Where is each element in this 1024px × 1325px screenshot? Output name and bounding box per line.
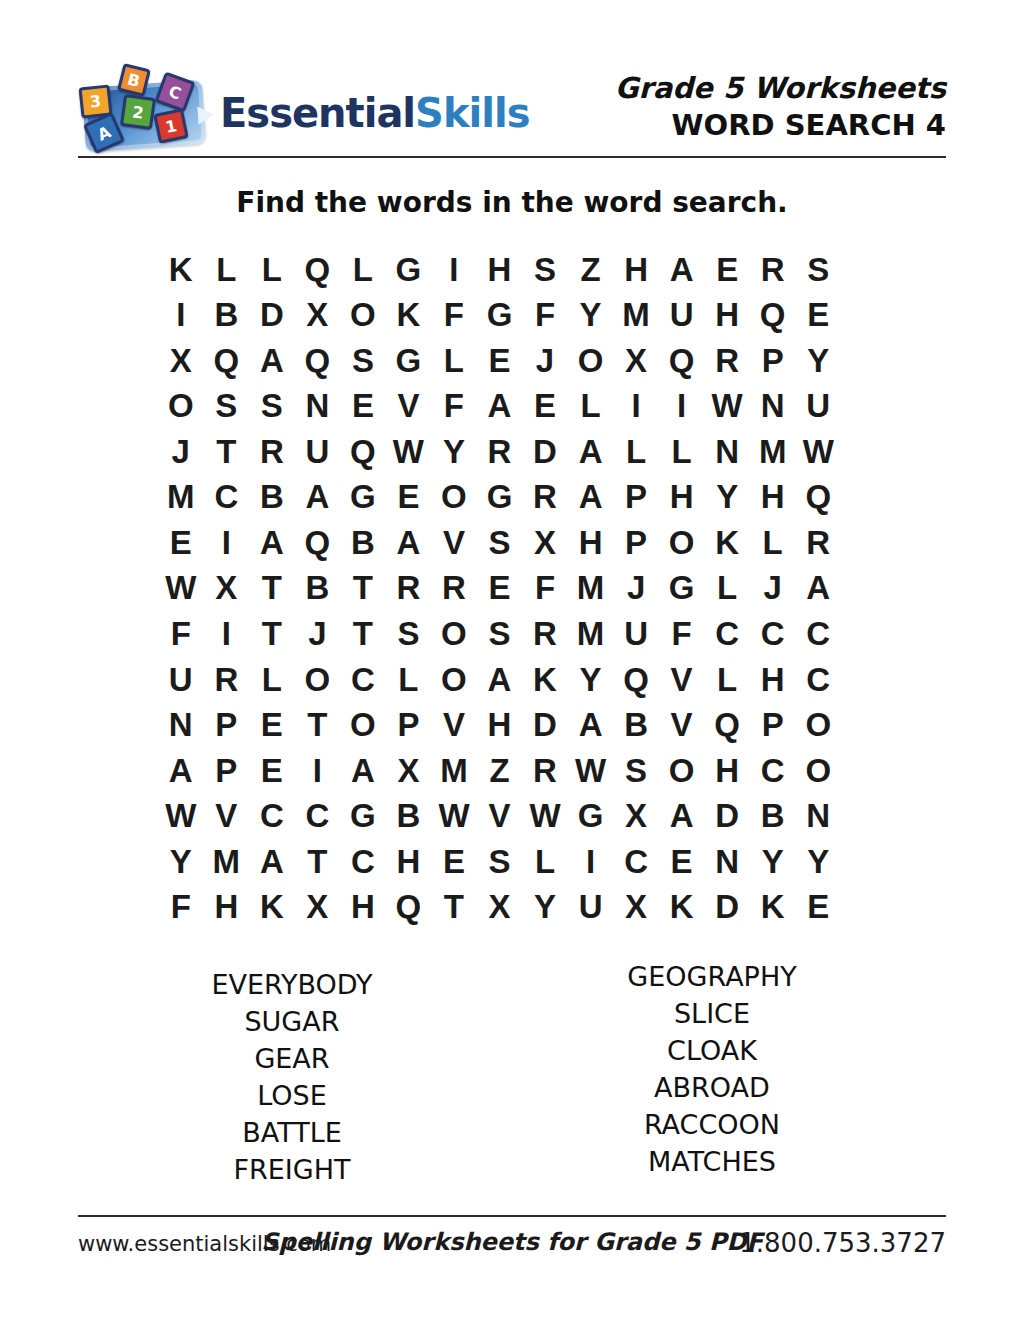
grid-cell[interactable]: A [249, 520, 295, 566]
logo-swoosh-icon [197, 105, 214, 124]
grid-cell[interactable]: M [158, 475, 204, 521]
grid-cell[interactable]: S [249, 384, 295, 430]
grid-cell[interactable]: H [750, 475, 796, 521]
grid-cell[interactable]: A [568, 475, 614, 521]
grid-cell[interactable]: H [204, 884, 250, 930]
grid-cell[interactable]: O [431, 611, 477, 657]
grid-cell[interactable]: K [158, 247, 204, 293]
grid-cell[interactable]: Y [750, 839, 796, 885]
grid-cell[interactable]: V [204, 793, 250, 839]
word-list-right: GEOGRAPHYSLICECLOAKABROADRACCOONMATCHES [587, 958, 837, 1180]
grid-cell[interactable]: P [613, 520, 659, 566]
grid-cell[interactable]: E [704, 247, 750, 293]
word-list-left: EVERYBODYSUGARGEARLOSEBATTLEFREIGHT [167, 966, 417, 1188]
grid-cell[interactable]: A [568, 429, 614, 475]
grid-cell[interactable]: L [522, 839, 568, 885]
grid-cell[interactable]: V [659, 657, 705, 703]
grid-cell[interactable]: M [204, 839, 250, 885]
grid-cell[interactable]: F [158, 884, 204, 930]
grid-cell[interactable]: E [249, 748, 295, 794]
grid-cell[interactable]: Q [295, 520, 341, 566]
grid-cell[interactable]: X [295, 884, 341, 930]
grid-cell[interactable]: F [522, 293, 568, 339]
grid-cell[interactable]: A [340, 748, 386, 794]
grid-cell[interactable]: G [386, 338, 432, 384]
grid-cell[interactable]: D [704, 884, 750, 930]
grid-cell[interactable]: U [568, 884, 614, 930]
grid-cell[interactable]: G [477, 293, 523, 339]
grid-cell[interactable]: H [613, 247, 659, 293]
grid-cell[interactable]: L [750, 520, 796, 566]
grid-cell[interactable]: V [477, 793, 523, 839]
grid-cell[interactable]: V [431, 702, 477, 748]
grid-cell[interactable]: R [522, 611, 568, 657]
grid-cell[interactable]: Y [795, 839, 841, 885]
grid-cell[interactable]: V [431, 520, 477, 566]
word-list-item: EVERYBODY [167, 966, 417, 1003]
grid-cell[interactable]: D [522, 429, 568, 475]
grid-cell[interactable]: L [249, 657, 295, 703]
grid-cell[interactable]: T [340, 566, 386, 612]
grid-cell[interactable]: G [568, 793, 614, 839]
grid-cell[interactable]: H [568, 520, 614, 566]
grid-cell[interactable]: O [340, 702, 386, 748]
grid-cell[interactable]: C [295, 793, 341, 839]
grid-cell[interactable]: K [386, 293, 432, 339]
grid-cell[interactable]: Y [704, 475, 750, 521]
grid-cell[interactable]: G [386, 247, 432, 293]
grid-cell[interactable]: F [659, 611, 705, 657]
grid-cell[interactable]: X [613, 793, 659, 839]
grid-cell[interactable]: S [386, 611, 432, 657]
grade-title: Grade 5 Worksheets [615, 70, 946, 107]
grid-cell[interactable]: O [659, 748, 705, 794]
grid-cell[interactable]: M [431, 748, 477, 794]
grid-cell[interactable]: P [750, 338, 796, 384]
grid-cell[interactable]: Q [295, 247, 341, 293]
header-titles: Grade 5 Worksheets WORD SEARCH 4 [615, 70, 946, 144]
grid-cell[interactable]: T [340, 611, 386, 657]
grid-cell[interactable]: C [704, 611, 750, 657]
grid-cell[interactable]: A [659, 247, 705, 293]
grid-cell[interactable]: A [795, 566, 841, 612]
grid-cell[interactable]: C [204, 475, 250, 521]
grid-cell[interactable]: A [659, 793, 705, 839]
grid-cell[interactable]: G [340, 475, 386, 521]
word-list-item: MATCHES [587, 1143, 837, 1180]
grid-cell[interactable]: A [249, 338, 295, 384]
grid-cell[interactable]: W [795, 429, 841, 475]
grid-cell[interactable]: A [249, 839, 295, 885]
grid-cell[interactable]: N [704, 839, 750, 885]
grid-cell[interactable]: L [613, 429, 659, 475]
grid-cell[interactable]: E [659, 839, 705, 885]
grid-cell[interactable]: D [704, 793, 750, 839]
grid-cell[interactable]: S [340, 338, 386, 384]
grid-cell[interactable]: Z [568, 247, 614, 293]
grid-cell[interactable]: I [204, 611, 250, 657]
grid-cell[interactable]: L [340, 247, 386, 293]
grid-cell[interactable]: H [386, 839, 432, 885]
grid-cell[interactable]: S [477, 611, 523, 657]
grid-cell[interactable]: L [704, 566, 750, 612]
grid-cell[interactable]: B [386, 793, 432, 839]
grid-cell[interactable]: Y [431, 429, 477, 475]
grid-cell[interactable]: I [431, 247, 477, 293]
grid-cell[interactable]: N [295, 384, 341, 430]
grid-cell[interactable]: T [295, 839, 341, 885]
grid-cell[interactable]: O [158, 384, 204, 430]
word-list-item: RACCOON [587, 1106, 837, 1143]
grid-cell[interactable]: E [431, 839, 477, 885]
grid-cell[interactable]: X [158, 338, 204, 384]
grid-cell[interactable]: G [477, 475, 523, 521]
grid-cell[interactable]: O [431, 657, 477, 703]
grid-cell[interactable]: C [750, 748, 796, 794]
grid-cell[interactable]: X [386, 748, 432, 794]
grid-cell[interactable]: R [522, 748, 568, 794]
grid-cell[interactable]: C [249, 793, 295, 839]
grid-cell[interactable]: Q [386, 884, 432, 930]
grid-cell[interactable]: S [522, 247, 568, 293]
grid-cell[interactable]: O [340, 293, 386, 339]
grid-cell[interactable]: P [204, 702, 250, 748]
grid-cell[interactable]: Y [795, 338, 841, 384]
grid-cell[interactable]: Q [795, 475, 841, 521]
grid-cell[interactable]: D [522, 702, 568, 748]
grid-cell[interactable]: R [204, 657, 250, 703]
word-list-item: FREIGHT [167, 1151, 417, 1188]
instruction-heading: Find the words in the word search. [0, 186, 1024, 219]
grid-cell[interactable]: M [568, 611, 614, 657]
grid-cell[interactable]: Q [659, 338, 705, 384]
brand-logo: 3BC2A1 EssentialSkills [80, 66, 440, 152]
grid-cell[interactable]: W [568, 748, 614, 794]
grid-cell[interactable]: A [158, 748, 204, 794]
grid-cell[interactable]: C [795, 657, 841, 703]
grid-cell[interactable]: W [704, 384, 750, 430]
word-list-item: SUGAR [167, 1003, 417, 1040]
grid-cell[interactable]: N [750, 384, 796, 430]
grid-cell[interactable]: U [659, 293, 705, 339]
grid-cell[interactable]: E [795, 884, 841, 930]
grid-cell[interactable]: U [295, 429, 341, 475]
grid-cell[interactable]: C [750, 611, 796, 657]
grid-cell[interactable]: Q [340, 429, 386, 475]
grid-cell[interactable]: I [568, 839, 614, 885]
grid-cell[interactable]: P [386, 702, 432, 748]
grid-cell[interactable]: K [704, 520, 750, 566]
grid-cell[interactable]: L [568, 384, 614, 430]
grid-cell[interactable]: H [750, 657, 796, 703]
grid-cell[interactable]: D [249, 293, 295, 339]
grid-cell[interactable]: U [795, 384, 841, 430]
grid-cell[interactable]: B [204, 293, 250, 339]
grid-cell[interactable]: E [477, 338, 523, 384]
grid-cell[interactable]: E [522, 384, 568, 430]
footer-divider [78, 1215, 946, 1217]
grid-cell[interactable]: T [249, 611, 295, 657]
grid-cell[interactable]: B [750, 793, 796, 839]
grid-cell[interactable]: U [613, 611, 659, 657]
grid-cell[interactable]: Q [750, 293, 796, 339]
grid-cell[interactable]: S [795, 247, 841, 293]
grid-cell[interactable]: C [340, 839, 386, 885]
grid-cell[interactable]: K [659, 884, 705, 930]
grid-cell[interactable]: K [249, 884, 295, 930]
grid-cell[interactable]: X [295, 293, 341, 339]
word-list-item: GEOGRAPHY [587, 958, 837, 995]
grid-cell[interactable]: X [204, 566, 250, 612]
grid-cell[interactable]: I [158, 293, 204, 339]
grid-cell[interactable]: T [249, 566, 295, 612]
grid-cell[interactable]: M [750, 429, 796, 475]
logo-block-2-icon: 2 [120, 94, 156, 130]
grid-cell[interactable]: T [431, 884, 477, 930]
grid-cell[interactable]: J [158, 429, 204, 475]
grid-cell[interactable]: L [659, 429, 705, 475]
grid-cell[interactable]: W [431, 793, 477, 839]
grid-cell[interactable]: H [477, 247, 523, 293]
brand-name: EssentialSkills [220, 90, 529, 136]
grid-cell[interactable]: I [613, 384, 659, 430]
grid-cell[interactable]: R [249, 429, 295, 475]
header-divider [78, 156, 946, 158]
word-list-item: SLICE [587, 995, 837, 1032]
grid-cell[interactable]: H [704, 748, 750, 794]
brand-word-essential: Essential [220, 90, 415, 136]
grid-cell[interactable]: G [340, 793, 386, 839]
grid-cell[interactable]: E [340, 384, 386, 430]
grid-cell[interactable]: Q [295, 338, 341, 384]
worksheet-title: WORD SEARCH 4 [615, 107, 946, 144]
logo-block-1-icon: 1 [153, 108, 189, 144]
grid-cell[interactable]: Y [522, 884, 568, 930]
grid-cell[interactable]: O [795, 702, 841, 748]
grid-cell[interactable]: F [158, 611, 204, 657]
grid-cell[interactable]: L [249, 247, 295, 293]
worksheet-page: 3BC2A1 EssentialSkills Grade 5 Worksheet… [0, 0, 1024, 1325]
grid-cell[interactable]: A [477, 384, 523, 430]
grid-cell[interactable]: S [613, 748, 659, 794]
grid-cell[interactable]: N [158, 702, 204, 748]
grid-cell[interactable]: K [522, 657, 568, 703]
grid-cell[interactable]: H [659, 475, 705, 521]
grid-cell[interactable]: H [340, 884, 386, 930]
grid-cell[interactable]: W [522, 793, 568, 839]
grid-cell[interactable]: R [750, 247, 796, 293]
footer-phone: 1.800.753.3727 [739, 1228, 946, 1258]
grid-cell[interactable]: F [431, 384, 477, 430]
brand-word-skills: Skills [415, 90, 529, 136]
grid-cell[interactable]: C [795, 611, 841, 657]
word-list-item: GEAR [167, 1040, 417, 1077]
word-list-item: ABROAD [587, 1069, 837, 1106]
grid-cell[interactable]: J [613, 566, 659, 612]
grid-cell[interactable]: U [158, 657, 204, 703]
grid-cell[interactable]: P [204, 748, 250, 794]
grid-cell[interactable]: I [295, 748, 341, 794]
grid-cell[interactable]: R [522, 475, 568, 521]
grid-cell[interactable]: V [386, 384, 432, 430]
grid-cell[interactable]: M [568, 566, 614, 612]
grid-cell[interactable]: C [340, 657, 386, 703]
grid-cell[interactable]: B [613, 702, 659, 748]
grid-cell[interactable]: V [659, 702, 705, 748]
grid-cell[interactable]: M [613, 293, 659, 339]
grid-cell[interactable]: R [431, 566, 477, 612]
grid-cell[interactable]: R [386, 566, 432, 612]
grid-cell[interactable]: O [659, 520, 705, 566]
grid-cell[interactable]: K [750, 884, 796, 930]
grid-cell[interactable]: P [750, 702, 796, 748]
word-list-item: LOSE [167, 1077, 417, 1114]
grid-cell[interactable]: Q [204, 338, 250, 384]
grid-cell[interactable]: F [522, 566, 568, 612]
grid-cell[interactable]: N [795, 793, 841, 839]
grid-cell[interactable]: N [704, 429, 750, 475]
grid-cell[interactable]: B [249, 475, 295, 521]
grid-cell[interactable]: A [477, 657, 523, 703]
grid-cell[interactable]: X [477, 884, 523, 930]
grid-cell[interactable]: L [386, 657, 432, 703]
grid-cell[interactable]: F [431, 293, 477, 339]
grid-cell[interactable]: L [431, 338, 477, 384]
grid-cell[interactable]: W [386, 429, 432, 475]
grid-cell[interactable]: P [613, 475, 659, 521]
grid-cell[interactable]: O [295, 657, 341, 703]
word-list-item: CLOAK [587, 1032, 837, 1069]
grid-cell[interactable]: E [249, 702, 295, 748]
grid-cell[interactable]: X [613, 338, 659, 384]
grid-cell[interactable]: X [613, 884, 659, 930]
grid-cell[interactable]: I [204, 520, 250, 566]
grid-cell[interactable]: E [477, 566, 523, 612]
grid-cell[interactable]: E [795, 293, 841, 339]
grid-cell[interactable]: J [522, 338, 568, 384]
grid-cell[interactable]: Y [158, 839, 204, 885]
grid-cell[interactable]: S [477, 839, 523, 885]
grid-cell[interactable]: T [295, 702, 341, 748]
grid-cell[interactable]: R [704, 338, 750, 384]
grid-cell[interactable]: Y [568, 293, 614, 339]
grid-cell[interactable]: O [568, 338, 614, 384]
grid-cell[interactable]: B [295, 566, 341, 612]
grid-cell[interactable]: T [204, 429, 250, 475]
grid-cell[interactable]: W [158, 566, 204, 612]
grid-cell[interactable]: Q [704, 702, 750, 748]
grid-cell[interactable]: C [613, 839, 659, 885]
grid-cell[interactable]: A [295, 475, 341, 521]
grid-cell[interactable]: A [386, 520, 432, 566]
grid-cell[interactable]: Y [568, 657, 614, 703]
grid-cell[interactable]: E [386, 475, 432, 521]
grid-cell[interactable]: R [795, 520, 841, 566]
grid-cell[interactable]: H [704, 293, 750, 339]
grid-cell[interactable]: S [477, 520, 523, 566]
grid-cell[interactable]: J [750, 566, 796, 612]
grid-cell[interactable]: E [158, 520, 204, 566]
grid-cell[interactable]: A [568, 702, 614, 748]
word-list-item: BATTLE [167, 1114, 417, 1151]
grid-cell[interactable]: Z [477, 748, 523, 794]
grid-cell[interactable]: H [477, 702, 523, 748]
grid-cell[interactable]: J [295, 611, 341, 657]
grid-cell[interactable]: O [795, 748, 841, 794]
grid-cell[interactable]: G [659, 566, 705, 612]
grid-cell[interactable]: Q [613, 657, 659, 703]
grid-cell[interactable]: B [340, 520, 386, 566]
grid-cell[interactable]: X [522, 520, 568, 566]
grid-cell[interactable]: W [158, 793, 204, 839]
grid-cell[interactable]: R [477, 429, 523, 475]
grid-cell[interactable]: O [431, 475, 477, 521]
grid-cell[interactable]: L [204, 247, 250, 293]
word-search-grid: KLLQLGIHSZHAERSIBDXOKFGFYMUHQEXQAQSGLEJO… [158, 247, 841, 930]
grid-cell[interactable]: I [659, 384, 705, 430]
grid-cell[interactable]: L [704, 657, 750, 703]
grid-cell[interactable]: S [204, 384, 250, 430]
